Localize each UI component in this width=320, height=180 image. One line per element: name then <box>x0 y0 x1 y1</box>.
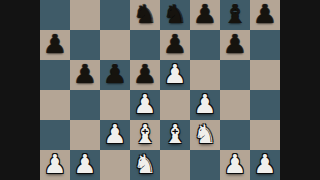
white-knight-f3: ♞ <box>190 120 220 150</box>
square-d6 <box>130 30 160 60</box>
black-pawn-d5: ♟ <box>130 60 160 90</box>
square-g2: ♟ <box>220 150 250 180</box>
square-h2: ♟ <box>250 150 280 180</box>
square-b5: ♟ <box>70 60 100 90</box>
white-pawn-b2: ♟ <box>70 150 100 180</box>
square-a6: ♟ <box>40 30 70 60</box>
chess-board: ♞♞♟♝♟♟♟♟♟♟♟♟♟♟♟♝♝♞♟♟♞♟♟ <box>40 0 280 180</box>
square-d5: ♟ <box>130 60 160 90</box>
square-f2 <box>190 150 220 180</box>
square-c5: ♟ <box>100 60 130 90</box>
square-g3 <box>220 120 250 150</box>
white-pawn-f4: ♟ <box>190 90 220 120</box>
black-pawn-b5: ♟ <box>70 60 100 90</box>
square-h6 <box>250 30 280 60</box>
square-d7: ♞ <box>130 0 160 30</box>
square-f6 <box>190 30 220 60</box>
white-pawn-a2: ♟ <box>40 150 70 180</box>
square-c6 <box>100 30 130 60</box>
square-b6 <box>70 30 100 60</box>
white-pawn-g2: ♟ <box>220 150 250 180</box>
black-knight-e7: ♞ <box>160 0 190 30</box>
square-b7 <box>70 0 100 30</box>
black-pawn-a6: ♟ <box>40 30 70 60</box>
white-pawn-d4: ♟ <box>130 90 160 120</box>
square-c2 <box>100 150 130 180</box>
white-pawn-h2: ♟ <box>250 150 280 180</box>
square-a5 <box>40 60 70 90</box>
black-pawn-c5: ♟ <box>100 60 130 90</box>
square-c3: ♟ <box>100 120 130 150</box>
square-a4 <box>40 90 70 120</box>
square-b4 <box>70 90 100 120</box>
video-frame: ♞♞♟♝♟♟♟♟♟♟♟♟♟♟♟♝♝♞♟♟♞♟♟ <box>0 0 320 180</box>
square-f7: ♟ <box>190 0 220 30</box>
square-b3 <box>70 120 100 150</box>
square-d4: ♟ <box>130 90 160 120</box>
square-h5 <box>250 60 280 90</box>
white-pawn-c3: ♟ <box>100 120 130 150</box>
square-h4 <box>250 90 280 120</box>
square-f3: ♞ <box>190 120 220 150</box>
white-bishop-d3: ♝ <box>130 120 160 150</box>
black-bishop-g7: ♝ <box>220 0 250 30</box>
square-f5 <box>190 60 220 90</box>
square-d3: ♝ <box>130 120 160 150</box>
black-knight-d7: ♞ <box>130 0 160 30</box>
square-g6: ♟ <box>220 30 250 60</box>
square-g5 <box>220 60 250 90</box>
square-e2 <box>160 150 190 180</box>
black-pawn-e6: ♟ <box>160 30 190 60</box>
square-c4 <box>100 90 130 120</box>
square-h7: ♟ <box>250 0 280 30</box>
square-e6: ♟ <box>160 30 190 60</box>
square-e5: ♟ <box>160 60 190 90</box>
square-a7 <box>40 0 70 30</box>
square-c7 <box>100 0 130 30</box>
square-h3 <box>250 120 280 150</box>
square-e7: ♞ <box>160 0 190 30</box>
white-knight-d2: ♞ <box>130 150 160 180</box>
square-g7: ♝ <box>220 0 250 30</box>
square-d2: ♞ <box>130 150 160 180</box>
square-e3: ♝ <box>160 120 190 150</box>
square-f4: ♟ <box>190 90 220 120</box>
white-bishop-e3: ♝ <box>160 120 190 150</box>
black-pawn-g6: ♟ <box>220 30 250 60</box>
letterbox-right-bar <box>280 0 320 180</box>
square-a3 <box>40 120 70 150</box>
letterbox-left-bar <box>0 0 40 180</box>
square-a2: ♟ <box>40 150 70 180</box>
white-pawn-e5: ♟ <box>160 60 190 90</box>
square-g4 <box>220 90 250 120</box>
square-b2: ♟ <box>70 150 100 180</box>
black-pawn-h7: ♟ <box>250 0 280 30</box>
square-e4 <box>160 90 190 120</box>
black-pawn-f7: ♟ <box>190 0 220 30</box>
